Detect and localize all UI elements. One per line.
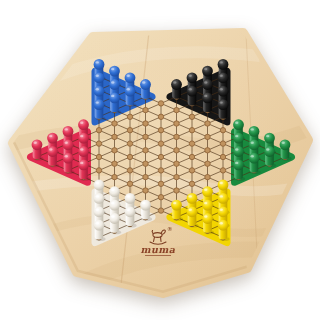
board-hole[interactable] xyxy=(158,141,163,146)
board-hole[interactable] xyxy=(220,168,225,173)
board-hole[interactable] xyxy=(127,181,132,186)
board-hole[interactable] xyxy=(143,148,148,153)
board-hole[interactable] xyxy=(205,134,210,139)
board-hole[interactable] xyxy=(127,141,132,146)
board-hole[interactable] xyxy=(158,128,163,133)
board-hole[interactable] xyxy=(189,168,194,173)
board-hole[interactable] xyxy=(96,141,101,146)
board-hole[interactable] xyxy=(189,181,194,186)
board-hole[interactable] xyxy=(143,134,148,139)
board-hole[interactable] xyxy=(127,114,132,119)
board-hole[interactable] xyxy=(143,121,148,126)
board-hole[interactable] xyxy=(174,188,179,193)
board-hole[interactable] xyxy=(143,174,148,179)
board-hole[interactable] xyxy=(189,154,194,159)
board-hole[interactable] xyxy=(127,154,132,159)
board-hole[interactable] xyxy=(143,161,148,166)
board-hole[interactable] xyxy=(96,168,101,173)
board-hole[interactable] xyxy=(158,181,163,186)
board-hole[interactable] xyxy=(158,168,163,173)
board-hole[interactable] xyxy=(220,141,225,146)
brand-name: muma xyxy=(141,244,176,255)
board-hole[interactable] xyxy=(220,154,225,159)
board-hole[interactable] xyxy=(189,128,194,133)
registered-mark: ® xyxy=(167,226,173,232)
board-hole[interactable] xyxy=(158,195,163,200)
board-hole[interactable] xyxy=(174,121,179,126)
board-hole[interactable] xyxy=(112,161,117,166)
board-hole[interactable] xyxy=(158,154,163,159)
board-hole[interactable] xyxy=(174,107,179,112)
board-hole[interactable] xyxy=(189,114,194,119)
board-hole[interactable] xyxy=(112,174,117,179)
board-hole[interactable] xyxy=(205,148,210,153)
board-hole[interactable] xyxy=(96,154,101,159)
board-hole[interactable] xyxy=(205,161,210,166)
board-hole[interactable] xyxy=(205,121,210,126)
chinese-checkers-board: ® muma xyxy=(0,0,320,320)
board-hole[interactable] xyxy=(112,134,117,139)
board-hole[interactable] xyxy=(112,121,117,126)
board-hole[interactable] xyxy=(220,128,225,133)
photo-background: ® muma xyxy=(0,0,320,320)
board-hole[interactable] xyxy=(96,128,101,133)
board-hole[interactable] xyxy=(174,161,179,166)
board-hole[interactable] xyxy=(158,114,163,119)
board-hole[interactable] xyxy=(158,208,163,213)
board-hole[interactable] xyxy=(127,128,132,133)
board-hole[interactable] xyxy=(143,188,148,193)
board-hole[interactable] xyxy=(174,174,179,179)
board-hole[interactable] xyxy=(112,148,117,153)
board-hole[interactable] xyxy=(174,148,179,153)
board-hole[interactable] xyxy=(158,101,163,106)
board-hole[interactable] xyxy=(205,174,210,179)
board-hole[interactable] xyxy=(189,141,194,146)
board-hole[interactable] xyxy=(127,168,132,173)
board-hole[interactable] xyxy=(174,134,179,139)
board-hole[interactable] xyxy=(143,107,148,112)
